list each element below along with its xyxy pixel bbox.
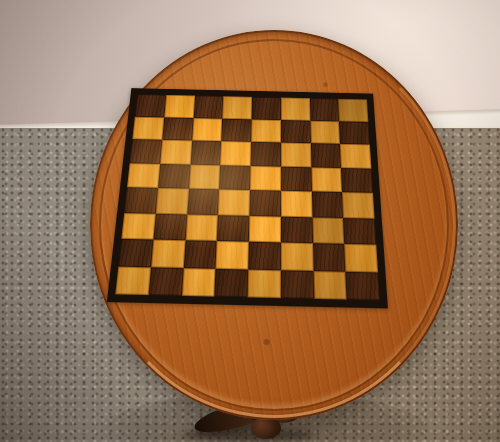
board-square-e3[interactable]: [249, 215, 281, 242]
board-square-d5[interactable]: [219, 165, 250, 190]
board-square-h8[interactable]: [338, 99, 368, 122]
board-square-f8[interactable]: [281, 97, 310, 120]
board-square-c4[interactable]: [187, 189, 219, 215]
board-square-d2[interactable]: [216, 241, 249, 269]
board-square-b5[interactable]: [158, 163, 190, 188]
board-square-a4[interactable]: [124, 187, 158, 213]
board-square-a5[interactable]: [127, 163, 160, 188]
board-square-c5[interactable]: [189, 164, 221, 189]
board-square-e6[interactable]: [251, 142, 281, 166]
board-square-a3[interactable]: [121, 213, 155, 240]
board-square-e7[interactable]: [251, 119, 281, 143]
board-square-h4[interactable]: [342, 192, 374, 218]
board-square-f5[interactable]: [281, 166, 312, 191]
board-square-c7[interactable]: [192, 118, 223, 142]
board-square-a8[interactable]: [135, 94, 166, 117]
board-square-h6[interactable]: [340, 144, 371, 168]
board-square-c3[interactable]: [185, 214, 218, 241]
board-square-b7[interactable]: [162, 117, 193, 141]
board-square-h5[interactable]: [341, 168, 373, 193]
table-top: [90, 30, 458, 420]
board-square-h2[interactable]: [344, 244, 378, 272]
board-square-g8[interactable]: [310, 98, 340, 121]
board-square-d3[interactable]: [217, 215, 249, 242]
board-square-f4[interactable]: [281, 191, 312, 217]
board-square-b8[interactable]: [164, 95, 195, 118]
board-square-h1[interactable]: [346, 271, 380, 300]
board-square-c2[interactable]: [183, 240, 217, 268]
board-square-b6[interactable]: [160, 140, 192, 164]
photo-scene: [0, 0, 500, 442]
board-square-g6[interactable]: [310, 143, 341, 167]
chessboard[interactable]: [107, 88, 388, 308]
board-square-d8[interactable]: [222, 96, 252, 119]
board-square-e1[interactable]: [248, 269, 281, 298]
board-square-e2[interactable]: [248, 242, 280, 270]
board-square-a1[interactable]: [115, 266, 151, 295]
board-light-reflection: [115, 94, 380, 300]
board-square-c8[interactable]: [193, 96, 223, 119]
board-square-d6[interactable]: [220, 141, 251, 165]
board-square-f6[interactable]: [281, 143, 311, 167]
board-square-e4[interactable]: [249, 190, 280, 216]
board-square-c1[interactable]: [181, 268, 215, 297]
board-square-f1[interactable]: [281, 270, 314, 299]
board-square-d4[interactable]: [218, 189, 250, 215]
board-square-b1[interactable]: [148, 267, 183, 296]
board-square-d7[interactable]: [221, 118, 251, 142]
board-square-f7[interactable]: [281, 120, 311, 144]
board-square-g5[interactable]: [311, 167, 342, 192]
board-square-a7[interactable]: [132, 116, 164, 140]
board-square-g2[interactable]: [313, 243, 346, 271]
board-square-e8[interactable]: [252, 97, 281, 120]
board-square-g7[interactable]: [310, 120, 340, 144]
pedestal-foot: [251, 417, 281, 439]
board-square-f2[interactable]: [281, 242, 313, 270]
board-square-f3[interactable]: [281, 216, 313, 243]
board-perspective-wrap: [118, 78, 383, 302]
board-square-e5[interactable]: [250, 165, 281, 190]
board-square-d1[interactable]: [214, 268, 248, 297]
board-square-b3[interactable]: [153, 213, 187, 240]
board-square-b4[interactable]: [156, 188, 189, 214]
board-square-g4[interactable]: [311, 191, 343, 217]
board-square-g1[interactable]: [313, 270, 347, 299]
board-square-h7[interactable]: [339, 121, 370, 145]
board-square-a2[interactable]: [118, 239, 153, 267]
board-square-c6[interactable]: [190, 140, 221, 164]
board-square-g3[interactable]: [312, 217, 344, 244]
board-square-b2[interactable]: [151, 240, 185, 268]
board-square-h3[interactable]: [343, 218, 376, 245]
board-square-a6[interactable]: [130, 139, 162, 163]
